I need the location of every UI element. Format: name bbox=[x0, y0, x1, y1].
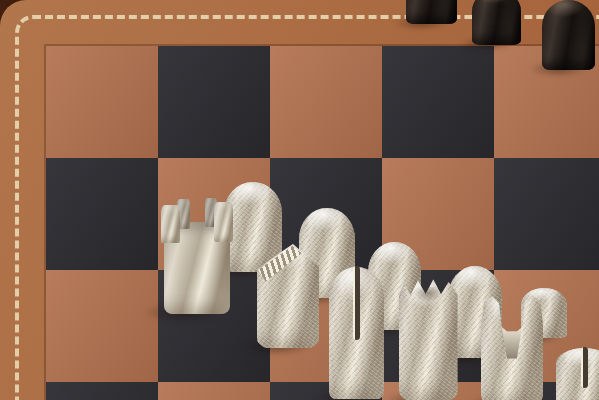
black-pawn-a7[interactable]: ♟ bbox=[406, 0, 457, 24]
pieces-layer: ♟♟♟♙♙♖♙♙♘♙♗♕♔♗ bbox=[0, 0, 599, 400]
white-bishop-c1[interactable]: ♗ bbox=[329, 267, 384, 399]
rook-crenellation bbox=[214, 202, 233, 241]
white-bishop-f1[interactable]: ♗ bbox=[556, 348, 599, 400]
black-pawn-d7[interactable]: ♟ bbox=[542, 0, 595, 70]
rook-crenellation bbox=[161, 205, 180, 243]
chess-set-photo: ♟♟♟♙♙♖♙♙♘♙♗♕♔♗ 8/p1pp4/8/8/8/8/PPPPP3/RN… bbox=[0, 0, 599, 400]
white-rook-a1[interactable]: ♖ bbox=[161, 199, 233, 314]
white-king-e1[interactable]: ♔ bbox=[481, 293, 543, 400]
white-queen-d1[interactable]: ♕ bbox=[399, 277, 458, 400]
black-pawn-c7[interactable]: ♟ bbox=[472, 0, 521, 45]
